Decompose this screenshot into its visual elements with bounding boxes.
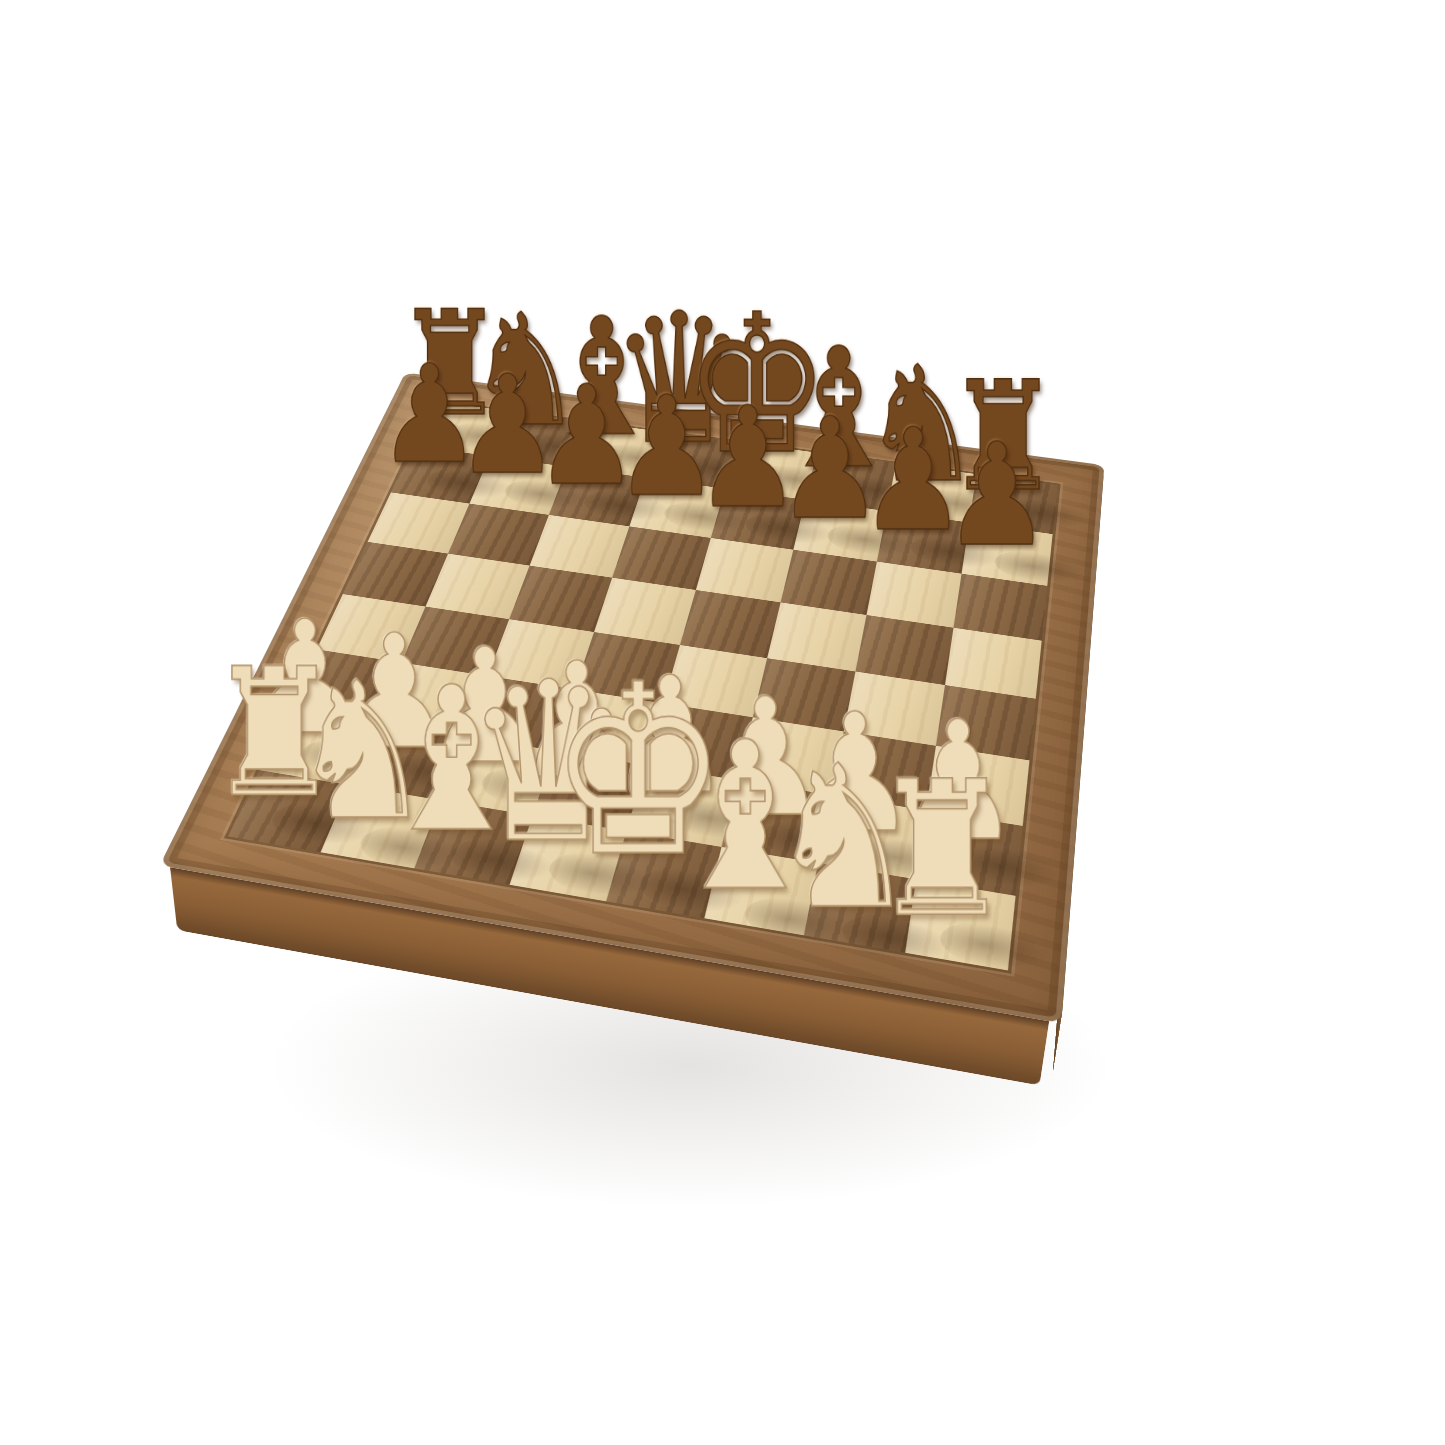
chess-board: ♜♞♝♛♚♝♞♜♟♟♟♟♟♟♟♟♟♟♟♟♟♟♟♟♜♞♝♛♚♝♞♜ [160, 372, 1105, 1023]
perspective-wrapper: ♜♞♝♛♚♝♞♜♟♟♟♟♟♟♟♟♟♟♟♟♟♟♟♟♜♞♝♛♚♝♞♜ [0, 0, 1445, 1445]
chess-set-photo: ♜♞♝♛♚♝♞♜♟♟♟♟♟♟♟♟♟♟♟♟♟♟♟♟♜♞♝♛♚♝♞♜ [0, 0, 1445, 1445]
white-rook-glyph: ♜ [870, 762, 1012, 939]
